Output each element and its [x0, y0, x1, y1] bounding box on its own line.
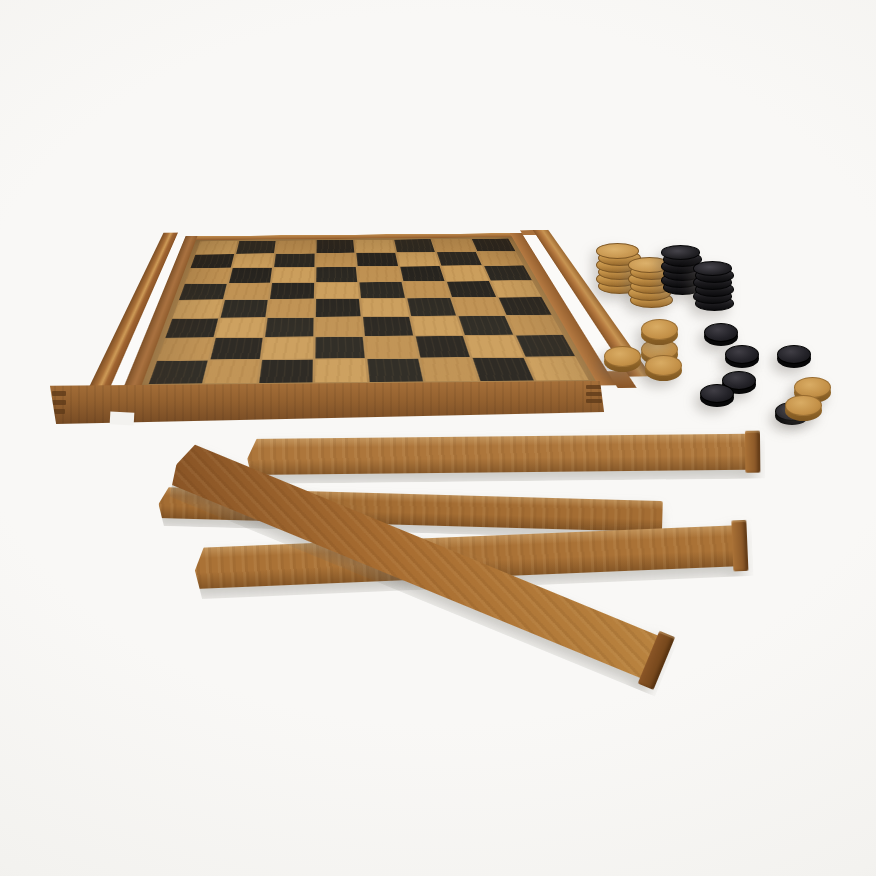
board-square-light — [315, 317, 363, 336]
board-square-light — [215, 318, 265, 337]
board-square-light — [185, 268, 230, 283]
board-square-dark — [236, 241, 276, 254]
board-square-dark — [437, 252, 481, 266]
board-square-dark — [229, 268, 272, 283]
board-square-dark — [515, 335, 575, 356]
finger-joint — [586, 399, 602, 403]
checker-piece-light — [645, 355, 682, 381]
board-square-light — [358, 267, 401, 282]
checker-piece-light — [641, 319, 678, 345]
board-square-dark — [315, 299, 360, 317]
slat-bottom-end-cap — [731, 520, 748, 572]
board-square-light — [196, 241, 237, 254]
finger-joint — [52, 391, 66, 396]
checker-piece-black — [704, 323, 738, 346]
finger-joint — [586, 392, 602, 396]
board-square-light — [355, 240, 395, 253]
board-square-light — [272, 267, 314, 282]
checker-piece-black — [725, 345, 759, 368]
board-square-dark — [165, 318, 217, 337]
checker-piece-black — [693, 261, 732, 276]
piece-face — [645, 355, 682, 376]
board-square-light — [204, 360, 260, 384]
finger-joint — [52, 409, 65, 414]
board-square-light — [314, 359, 367, 383]
board-square-light — [452, 298, 503, 316]
board-square-dark — [394, 239, 435, 252]
board-square-dark — [315, 337, 365, 358]
board-square-dark — [363, 317, 413, 336]
board-square-dark — [210, 338, 263, 359]
piece-face — [785, 395, 822, 416]
checker-piece-light — [785, 395, 822, 421]
board-square-dark — [191, 254, 234, 268]
product-photo-stage — [0, 0, 876, 876]
board-square-light — [158, 338, 213, 359]
board-square-light — [525, 357, 588, 380]
piece-face — [704, 323, 738, 342]
board-square-dark — [473, 357, 533, 380]
finger-joint — [586, 385, 602, 389]
board-square-dark — [220, 300, 268, 318]
board-square-dark — [407, 298, 456, 316]
board-square-light — [232, 254, 274, 268]
tray-front-notch — [110, 411, 135, 425]
board-square-light — [316, 282, 359, 298]
board-square-light — [506, 315, 562, 334]
board-square-dark — [415, 336, 470, 357]
board-square-light — [276, 240, 314, 253]
board-square-dark — [149, 360, 207, 384]
board-square-light — [442, 266, 488, 281]
board-square-dark — [471, 239, 515, 252]
board-square-light — [268, 299, 314, 317]
slat-top-end-cap — [745, 430, 760, 473]
board-square-dark — [484, 265, 532, 280]
slat-diagonal-end-cap — [638, 631, 675, 689]
board-square-light — [361, 298, 408, 316]
checker-piece-black — [661, 245, 700, 260]
board-square-dark — [259, 359, 312, 383]
finger-joint — [52, 400, 66, 405]
board-square-light — [225, 283, 270, 299]
board-square-light — [262, 337, 312, 358]
board-square-dark — [359, 282, 404, 298]
board-square-dark — [400, 266, 445, 281]
board-square-light — [173, 300, 223, 318]
board-square-light — [365, 336, 417, 357]
board-square-dark — [265, 317, 313, 336]
piece-face — [777, 345, 811, 364]
board-square-dark — [316, 240, 354, 253]
board-square-dark — [270, 283, 314, 299]
checker-piece-light — [604, 346, 641, 372]
board-square-light — [420, 358, 478, 381]
piece-face — [641, 319, 678, 340]
piece-face — [725, 345, 759, 364]
board-square-dark — [447, 281, 496, 297]
board-square-dark — [356, 253, 397, 267]
board-square-light — [432, 239, 474, 252]
board-square-light — [490, 281, 541, 297]
piece-face — [604, 346, 641, 367]
checker-piece-black — [700, 384, 734, 407]
board-square-light — [411, 316, 463, 335]
checker-piece-black — [777, 345, 811, 368]
slat-top — [247, 434, 755, 475]
board-square-light — [316, 253, 356, 267]
piece-face — [700, 384, 734, 403]
piece-stack-black-4 — [694, 261, 733, 311]
board-square-dark — [316, 267, 357, 282]
board-square-dark — [367, 358, 422, 382]
board-square-light — [403, 281, 450, 297]
board-square-light — [397, 252, 440, 266]
board-square-light — [465, 336, 522, 357]
board-square-dark — [274, 253, 314, 267]
board-plane — [141, 237, 597, 387]
board-square-dark — [458, 316, 512, 335]
board-square-light — [477, 251, 523, 265]
board-square-dark — [179, 284, 226, 300]
board-square-dark — [498, 297, 551, 315]
